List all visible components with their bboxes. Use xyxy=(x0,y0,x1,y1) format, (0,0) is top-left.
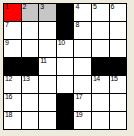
clue-number: 14 xyxy=(93,75,100,83)
cell-r3c6[interactable] xyxy=(92,40,109,57)
cell-r6c7[interactable] xyxy=(110,94,127,111)
cell-r4c1-black xyxy=(4,58,21,75)
cell-r5c7[interactable]: 15 xyxy=(110,76,127,93)
cell-r7c7[interactable] xyxy=(110,112,127,129)
cell-r1c7[interactable]: 6 xyxy=(110,4,127,21)
clue-number: 9 xyxy=(5,39,8,47)
cell-r4c7-black xyxy=(110,58,127,75)
clue-number: 17 xyxy=(75,93,82,101)
clue-number: 1 xyxy=(5,3,8,11)
cell-r7c3[interactable] xyxy=(39,112,56,129)
clue-number: 19 xyxy=(75,111,82,119)
cell-r5c2[interactable]: 13 xyxy=(22,76,39,93)
cell-r4c4[interactable] xyxy=(57,58,74,75)
cell-r7c5[interactable]: 19 xyxy=(74,112,91,129)
clue-number: 2 xyxy=(23,3,26,11)
cell-r7c1[interactable]: 18 xyxy=(4,112,21,129)
cell-r7c2[interactable] xyxy=(22,112,39,129)
cell-r3c2[interactable] xyxy=(22,40,39,57)
clue-number: 4 xyxy=(75,3,78,11)
cell-r5c1[interactable]: 12 xyxy=(4,76,21,93)
cell-r2c5[interactable]: 8 xyxy=(74,22,91,39)
cell-r3c1[interactable]: 9 xyxy=(4,40,21,57)
cell-r1c3[interactable]: 3 xyxy=(39,4,56,21)
cell-r2c1[interactable]: 7 xyxy=(4,22,21,39)
cell-r5c4[interactable] xyxy=(57,76,74,93)
clue-number: 15 xyxy=(111,75,118,83)
clue-number: 3 xyxy=(40,3,43,11)
cell-r6c5[interactable]: 17 xyxy=(74,94,91,111)
clue-number: 11 xyxy=(40,57,46,65)
clue-number: 8 xyxy=(75,21,78,29)
cell-r4c3[interactable]: 11 xyxy=(39,58,56,75)
cell-r6c3[interactable] xyxy=(39,94,56,111)
cell-r6c4-black xyxy=(57,94,74,111)
cell-r2c2[interactable] xyxy=(22,22,39,39)
cell-r1c6[interactable]: 5 xyxy=(92,4,109,21)
clue-number: 5 xyxy=(93,3,96,11)
cell-r2c4-black xyxy=(57,22,74,39)
cell-r4c5[interactable] xyxy=(74,58,91,75)
cell-r2c6[interactable] xyxy=(92,22,109,39)
cell-r5c5[interactable] xyxy=(74,76,91,93)
cell-r4c2-black xyxy=(22,58,39,75)
cell-r6c1[interactable]: 16 xyxy=(4,94,21,111)
clue-number: 10 xyxy=(58,39,65,47)
clue-number: 7 xyxy=(5,21,8,29)
cell-r1c4-black xyxy=(57,4,74,21)
cell-r6c2[interactable] xyxy=(22,94,39,111)
crossword-board: 12345678910111213141516171819 xyxy=(3,3,127,130)
cell-r1c2[interactable]: 2 xyxy=(22,4,39,21)
cell-r3c4[interactable]: 10 xyxy=(57,40,74,57)
clue-number: 16 xyxy=(5,93,12,101)
cell-r7c6[interactable] xyxy=(92,112,109,129)
clue-number: 12 xyxy=(5,75,12,83)
clue-number: 6 xyxy=(111,3,114,11)
clue-number: 18 xyxy=(5,111,12,119)
cell-r3c3[interactable] xyxy=(39,40,56,57)
cell-r3c7[interactable] xyxy=(110,40,127,57)
clue-number: 13 xyxy=(23,75,30,83)
cell-r5c3[interactable] xyxy=(39,76,56,93)
cell-r7c4-black xyxy=(57,112,74,129)
cell-r4c6-black xyxy=(92,58,109,75)
cell-r2c3[interactable] xyxy=(39,22,56,39)
cell-r1c1[interactable]: 1 xyxy=(4,4,21,21)
cell-r1c5[interactable]: 4 xyxy=(74,4,91,21)
cell-r5c6[interactable]: 14 xyxy=(92,76,109,93)
cell-r6c6[interactable] xyxy=(92,94,109,111)
cell-r3c5[interactable] xyxy=(74,40,91,57)
cell-r2c7[interactable] xyxy=(110,22,127,39)
